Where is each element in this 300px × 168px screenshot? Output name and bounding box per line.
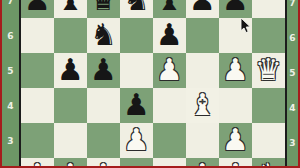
- piece-white-pawn-g5[interactable]: ♟: [219, 53, 252, 88]
- right-rank-strip: 7 6 5 4 3 2: [287, 0, 298, 166]
- piece-white-queen-h5[interactable]: ♛: [252, 53, 285, 88]
- piece-black-pawn-e6[interactable]: ♟: [153, 18, 186, 53]
- square-b3[interactable]: [54, 123, 87, 158]
- square-h7[interactable]: [252, 0, 285, 18]
- piece-black-bishop-e7[interactable]: ♝: [153, 0, 186, 18]
- square-h6[interactable]: [252, 18, 285, 53]
- piece-black-pawn-c5[interactable]: ♟: [87, 53, 120, 88]
- rank-label-left-4: 4: [2, 88, 19, 123]
- piece-white-pawn-f2[interactable]: ♟: [186, 158, 219, 166]
- square-g4[interactable]: [219, 88, 252, 123]
- piece-black-bishop-b7[interactable]: ♝: [54, 0, 87, 18]
- square-h4[interactable]: [252, 88, 285, 123]
- square-b4[interactable]: [54, 88, 87, 123]
- piece-black-knight-c6[interactable]: ♞: [87, 18, 120, 53]
- piece-black-pawn-b5[interactable]: ♟: [54, 53, 87, 88]
- rank-label-right-2: 2: [287, 160, 298, 166]
- rank-label-left-6: 6: [2, 18, 19, 53]
- piece-white-bishop-f4[interactable]: ♝: [186, 88, 219, 123]
- piece-black-pawn-d4[interactable]: ♟: [120, 88, 153, 123]
- rank-label-left-5: 5: [2, 53, 19, 88]
- piece-white-pawn-a2[interactable]: ♟: [21, 158, 54, 166]
- rank-label-right-3: 3: [287, 125, 298, 160]
- rank-label-right-4: 4: [287, 90, 298, 125]
- rank-label-right-6: 6: [287, 20, 298, 55]
- square-b6[interactable]: [54, 18, 87, 53]
- piece-white-pawn-d3[interactable]: ♟: [120, 123, 153, 158]
- square-a4[interactable]: [21, 88, 54, 123]
- square-d6[interactable]: [120, 18, 153, 53]
- square-h3[interactable]: [252, 123, 285, 158]
- mouse-cursor-icon: [240, 18, 251, 34]
- square-d2[interactable]: [120, 158, 153, 166]
- video-frame: 7 6 5 4 3 2 ♟♝♛♞♝♟♟♞♟♟♟♟♟♛♟♝♟♟♟♟♟♟♝♞ 7 6…: [0, 0, 300, 168]
- square-d5[interactable]: [120, 53, 153, 88]
- piece-black-knight-d7[interactable]: ♞: [120, 0, 153, 18]
- piece-black-queen-c7[interactable]: ♛: [87, 0, 120, 18]
- piece-white-pawn-b2[interactable]: ♟: [54, 158, 87, 166]
- piece-white-pawn-g3[interactable]: ♟: [219, 123, 252, 158]
- square-e3[interactable]: [153, 123, 186, 158]
- rank-label-left-3: 3: [2, 123, 19, 158]
- chess-board[interactable]: ♟♝♛♞♝♟♟♞♟♟♟♟♟♛♟♝♟♟♟♟♟♟♝♞: [21, 0, 285, 166]
- square-c4[interactable]: [87, 88, 120, 123]
- left-rank-strip: 7 6 5 4 3 2: [2, 0, 19, 166]
- rank-label-left-2: 2: [2, 158, 19, 166]
- piece-white-knight-h2[interactable]: ♞: [252, 158, 285, 166]
- rank-label-left-7: 7: [2, 0, 19, 18]
- square-f3[interactable]: [186, 123, 219, 158]
- piece-white-bishop-g2[interactable]: ♝: [219, 158, 252, 166]
- square-e2[interactable]: [153, 158, 186, 166]
- square-c3[interactable]: [87, 123, 120, 158]
- piece-white-pawn-e5[interactable]: ♟: [153, 53, 186, 88]
- square-a5[interactable]: [21, 53, 54, 88]
- square-e4[interactable]: [153, 88, 186, 123]
- piece-white-pawn-c2[interactable]: ♟: [87, 158, 120, 166]
- piece-black-pawn-f7[interactable]: ♟: [186, 0, 219, 18]
- square-f5[interactable]: [186, 53, 219, 88]
- rank-label-right-5: 5: [287, 55, 298, 90]
- square-a6[interactable]: [21, 18, 54, 53]
- square-f6[interactable]: [186, 18, 219, 53]
- square-a3[interactable]: [21, 123, 54, 158]
- piece-black-pawn-g7[interactable]: ♟: [219, 0, 252, 18]
- rank-label-right-7: 7: [287, 0, 298, 20]
- piece-black-pawn-a7[interactable]: ♟: [21, 0, 54, 18]
